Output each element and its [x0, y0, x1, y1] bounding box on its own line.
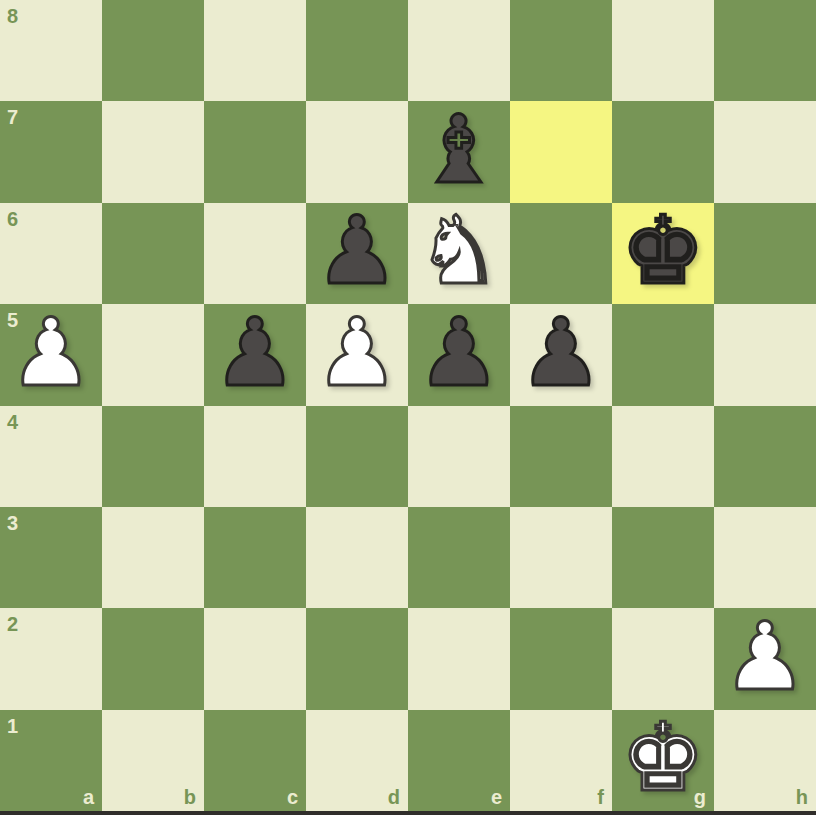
white-pawn[interactable]: ♟ — [723, 610, 807, 704]
square-b5[interactable] — [102, 304, 204, 405]
square-d6[interactable]: ♟ — [306, 203, 408, 304]
rank-label-3: 3 — [7, 513, 18, 533]
square-d2[interactable] — [306, 608, 408, 709]
square-a4[interactable]: 4 — [0, 406, 102, 507]
square-f3[interactable] — [510, 507, 612, 608]
square-h1[interactable]: h — [714, 710, 816, 811]
square-a8[interactable]: 8 — [0, 0, 102, 101]
white-pawn[interactable]: ♟ — [9, 306, 93, 400]
square-h6[interactable] — [714, 203, 816, 304]
rank-label-6: 6 — [7, 209, 18, 229]
rank-label-1: 1 — [7, 716, 18, 736]
square-d5[interactable]: ♟ — [306, 304, 408, 405]
file-label-h: h — [796, 787, 808, 807]
file-label-d: d — [388, 787, 400, 807]
square-h7[interactable] — [714, 101, 816, 202]
square-c4[interactable] — [204, 406, 306, 507]
square-g6[interactable]: ♚ — [612, 203, 714, 304]
file-label-f: f — [597, 787, 604, 807]
square-f4[interactable] — [510, 406, 612, 507]
square-a6[interactable]: 6 — [0, 203, 102, 304]
square-b1[interactable]: b — [102, 710, 204, 811]
square-d8[interactable] — [306, 0, 408, 101]
square-c8[interactable] — [204, 0, 306, 101]
square-f8[interactable] — [510, 0, 612, 101]
square-b3[interactable] — [102, 507, 204, 608]
square-d7[interactable] — [306, 101, 408, 202]
square-g4[interactable] — [612, 406, 714, 507]
square-c1[interactable]: c — [204, 710, 306, 811]
square-d3[interactable] — [306, 507, 408, 608]
square-d1[interactable]: d — [306, 710, 408, 811]
chess-board[interactable]: 87♝6♟♞♚5♟♟♟♟♟432♟1abcdefg♚h — [0, 0, 816, 811]
square-a7[interactable]: 7 — [0, 101, 102, 202]
square-a1[interactable]: 1a — [0, 710, 102, 811]
square-a3[interactable]: 3 — [0, 507, 102, 608]
square-c5[interactable]: ♟ — [204, 304, 306, 405]
square-e4[interactable] — [408, 406, 510, 507]
black-pawn[interactable]: ♟ — [417, 306, 501, 400]
white-pawn[interactable]: ♟ — [315, 306, 399, 400]
square-e8[interactable] — [408, 0, 510, 101]
black-pawn[interactable]: ♟ — [213, 306, 297, 400]
square-f7[interactable] — [510, 101, 612, 202]
square-h5[interactable] — [714, 304, 816, 405]
rank-label-4: 4 — [7, 412, 18, 432]
square-e2[interactable] — [408, 608, 510, 709]
square-b7[interactable] — [102, 101, 204, 202]
square-a5[interactable]: 5♟ — [0, 304, 102, 405]
black-pawn[interactable]: ♟ — [519, 306, 603, 400]
square-b8[interactable] — [102, 0, 204, 101]
rank-label-2: 2 — [7, 614, 18, 634]
rank-label-7: 7 — [7, 107, 18, 127]
square-b6[interactable] — [102, 203, 204, 304]
square-e3[interactable] — [408, 507, 510, 608]
square-h3[interactable] — [714, 507, 816, 608]
square-e1[interactable]: e — [408, 710, 510, 811]
white-king[interactable]: ♚ — [621, 711, 705, 805]
black-bishop[interactable]: ♝ — [417, 103, 501, 197]
square-f6[interactable] — [510, 203, 612, 304]
square-e7[interactable]: ♝ — [408, 101, 510, 202]
file-label-a: a — [83, 787, 94, 807]
square-f5[interactable]: ♟ — [510, 304, 612, 405]
square-b2[interactable] — [102, 608, 204, 709]
square-g8[interactable] — [612, 0, 714, 101]
file-label-b: b — [184, 787, 196, 807]
black-king[interactable]: ♚ — [621, 204, 705, 298]
square-d4[interactable] — [306, 406, 408, 507]
square-c6[interactable] — [204, 203, 306, 304]
square-g5[interactable] — [612, 304, 714, 405]
square-e6[interactable]: ♞ — [408, 203, 510, 304]
square-a2[interactable]: 2 — [0, 608, 102, 709]
rank-label-8: 8 — [7, 6, 18, 26]
square-f1[interactable]: f — [510, 710, 612, 811]
white-knight[interactable]: ♞ — [417, 204, 501, 298]
file-label-e: e — [491, 787, 502, 807]
square-h2[interactable]: ♟ — [714, 608, 816, 709]
square-e5[interactable]: ♟ — [408, 304, 510, 405]
square-h8[interactable] — [714, 0, 816, 101]
square-c7[interactable] — [204, 101, 306, 202]
file-label-c: c — [287, 787, 298, 807]
square-f2[interactable] — [510, 608, 612, 709]
square-c2[interactable] — [204, 608, 306, 709]
square-g2[interactable] — [612, 608, 714, 709]
square-b4[interactable] — [102, 406, 204, 507]
square-g3[interactable] — [612, 507, 714, 608]
square-c3[interactable] — [204, 507, 306, 608]
black-pawn[interactable]: ♟ — [315, 204, 399, 298]
square-g7[interactable] — [612, 101, 714, 202]
square-g1[interactable]: g♚ — [612, 710, 714, 811]
square-h4[interactable] — [714, 406, 816, 507]
